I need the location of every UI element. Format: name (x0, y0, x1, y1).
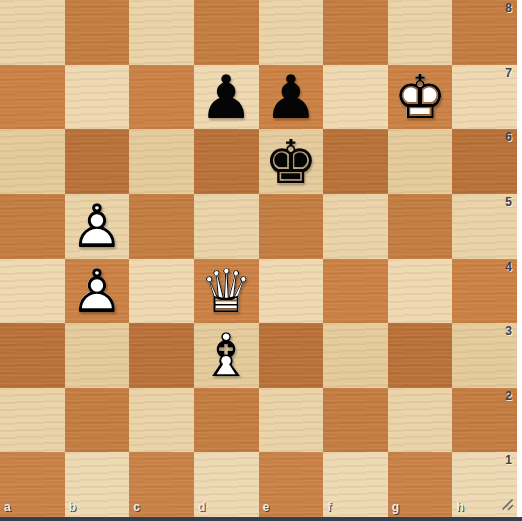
square-a3[interactable] (0, 323, 65, 388)
square-e4[interactable] (259, 259, 324, 324)
square-f4[interactable] (323, 259, 388, 324)
piece-black-pawn[interactable]: ♟ (259, 65, 324, 130)
square-a2[interactable] (0, 388, 65, 453)
square-d1[interactable] (194, 452, 259, 517)
square-h4[interactable] (452, 259, 517, 324)
piece-white-pawn[interactable]: ♟♙ (65, 194, 130, 259)
square-g1[interactable] (388, 452, 453, 517)
chess-board: ♟♟♚♔♚♟♙♟♙♛♕♝♗ (0, 0, 517, 517)
square-d4[interactable]: ♛♕ (194, 259, 259, 324)
square-d7[interactable]: ♟ (194, 65, 259, 130)
square-a8[interactable] (0, 0, 65, 65)
square-f6[interactable] (323, 129, 388, 194)
square-g7[interactable]: ♚♔ (388, 65, 453, 130)
piece-glyph-outline: ♔ (393, 67, 447, 127)
square-a5[interactable] (0, 194, 65, 259)
square-b6[interactable] (65, 129, 130, 194)
square-e7[interactable]: ♟ (259, 65, 324, 130)
square-g8[interactable] (388, 0, 453, 65)
square-e2[interactable] (259, 388, 324, 453)
square-f3[interactable] (323, 323, 388, 388)
square-e8[interactable] (259, 0, 324, 65)
square-e5[interactable] (259, 194, 324, 259)
square-a7[interactable] (0, 65, 65, 130)
square-d6[interactable] (194, 129, 259, 194)
square-g6[interactable] (388, 129, 453, 194)
square-b4[interactable]: ♟♙ (65, 259, 130, 324)
bottom-border-bar (0, 517, 522, 521)
square-c8[interactable] (129, 0, 194, 65)
square-c1[interactable] (129, 452, 194, 517)
square-e6[interactable]: ♚ (259, 129, 324, 194)
piece-white-queen[interactable]: ♛♕ (194, 259, 259, 324)
board-resize-grip-icon[interactable] (500, 497, 514, 511)
square-f1[interactable] (323, 452, 388, 517)
square-e1[interactable] (259, 452, 324, 517)
piece-glyph-outline: ♕ (199, 261, 253, 321)
square-d2[interactable] (194, 388, 259, 453)
square-h2[interactable] (452, 388, 517, 453)
piece-glyph-outline: ♙ (70, 196, 124, 256)
square-a1[interactable] (0, 452, 65, 517)
square-c7[interactable] (129, 65, 194, 130)
piece-glyph-fill: ♟ (264, 67, 318, 127)
square-b8[interactable] (65, 0, 130, 65)
square-b5[interactable]: ♟♙ (65, 194, 130, 259)
square-c2[interactable] (129, 388, 194, 453)
piece-glyph-outline: ♙ (70, 261, 124, 321)
square-g5[interactable] (388, 194, 453, 259)
square-f7[interactable] (323, 65, 388, 130)
piece-black-king[interactable]: ♚ (259, 129, 324, 194)
square-h6[interactable] (452, 129, 517, 194)
square-d5[interactable] (194, 194, 259, 259)
square-h8[interactable] (452, 0, 517, 65)
chess-board-container: ♟♟♚♔♚♟♙♟♙♛♕♝♗ 87654321abcdefgh (0, 0, 517, 517)
piece-white-pawn[interactable]: ♟♙ (65, 259, 130, 324)
square-g4[interactable] (388, 259, 453, 324)
square-d8[interactable] (194, 0, 259, 65)
right-gutter (517, 0, 522, 517)
piece-white-bishop[interactable]: ♝♗ (194, 323, 259, 388)
square-b1[interactable] (65, 452, 130, 517)
piece-glyph-fill: ♟ (199, 67, 253, 127)
square-f5[interactable] (323, 194, 388, 259)
square-g3[interactable] (388, 323, 453, 388)
square-h3[interactable] (452, 323, 517, 388)
piece-black-pawn[interactable]: ♟ (194, 65, 259, 130)
piece-white-king[interactable]: ♚♔ (388, 65, 453, 130)
square-g2[interactable] (388, 388, 453, 453)
piece-glyph-fill: ♚ (264, 132, 318, 192)
square-f8[interactable] (323, 0, 388, 65)
square-b7[interactable] (65, 65, 130, 130)
square-c6[interactable] (129, 129, 194, 194)
square-b3[interactable] (65, 323, 130, 388)
square-a4[interactable] (0, 259, 65, 324)
square-d3[interactable]: ♝♗ (194, 323, 259, 388)
piece-glyph-outline: ♗ (199, 325, 253, 385)
square-c5[interactable] (129, 194, 194, 259)
square-h7[interactable] (452, 65, 517, 130)
square-f2[interactable] (323, 388, 388, 453)
square-c3[interactable] (129, 323, 194, 388)
square-h5[interactable] (452, 194, 517, 259)
square-a6[interactable] (0, 129, 65, 194)
chess-app-page: ♟♟♚♔♚♟♙♟♙♛♕♝♗ 87654321abcdefgh (0, 0, 522, 521)
square-c4[interactable] (129, 259, 194, 324)
square-b2[interactable] (65, 388, 130, 453)
square-e3[interactable] (259, 323, 324, 388)
